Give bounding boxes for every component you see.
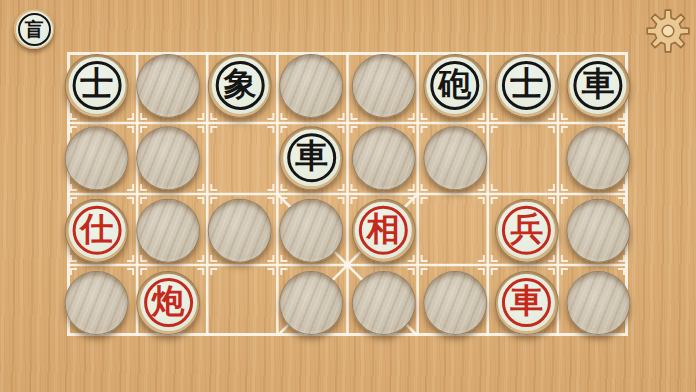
cell-r2c1[interactable] (67, 123, 137, 194)
cell-r2c7[interactable] (488, 123, 558, 194)
piece-face-down[interactable] (136, 53, 200, 117)
piece-face-down[interactable] (351, 126, 415, 190)
cell-r3c3[interactable] (207, 194, 277, 265)
piece-black-advisor[interactable]: 士 (495, 53, 559, 117)
piece-face-down[interactable] (351, 271, 415, 335)
cell-r3c1[interactable]: 仕 (67, 194, 137, 265)
piece-character: 兵 (496, 199, 558, 261)
cell-r3c6[interactable] (418, 194, 488, 265)
blind-button-label: 盲 (14, 9, 54, 49)
board-cells: 士象砲士車車仕相兵炮車 (67, 52, 628, 336)
cell-r4c4[interactable] (277, 265, 347, 336)
piece-black-elephant[interactable]: 象 (208, 53, 272, 117)
gear-icon-graphic (644, 6, 692, 54)
piece-red-advisor[interactable]: 仕 (65, 198, 129, 262)
cell-r4c2[interactable]: 炮 (137, 265, 207, 336)
cell-r4c1[interactable] (67, 265, 137, 336)
cell-r3c4[interactable] (277, 194, 347, 265)
piece-face-down[interactable] (423, 271, 487, 335)
cell-r3c7[interactable]: 兵 (488, 194, 558, 265)
piece-black-chariot[interactable]: 車 (566, 53, 630, 117)
cell-r4c5[interactable] (348, 265, 418, 336)
cell-r1c2[interactable] (137, 52, 207, 123)
cell-r1c4[interactable] (277, 52, 347, 123)
piece-character: 車 (281, 127, 343, 189)
piece-face-down[interactable] (280, 198, 344, 262)
piece-face-down[interactable] (566, 198, 630, 262)
piece-character: 士 (496, 54, 558, 116)
piece-face-down[interactable] (423, 126, 487, 190)
piece-red-soldier[interactable]: 兵 (495, 198, 559, 262)
piece-face-down[interactable] (566, 126, 630, 190)
piece-face-down[interactable] (280, 271, 344, 335)
cell-r3c2[interactable] (137, 194, 207, 265)
banqi-game-screen: 盲 士象砲士車車仕相兵炮車 (0, 0, 696, 392)
piece-red-chariot[interactable]: 車 (495, 271, 559, 335)
blind-mode-button[interactable]: 盲 (14, 9, 54, 49)
piece-character: 炮 (137, 272, 199, 334)
piece-character: 砲 (424, 54, 486, 116)
cell-r2c3[interactable] (207, 123, 277, 194)
cell-r1c5[interactable] (348, 52, 418, 123)
piece-face-down[interactable] (136, 126, 200, 190)
cell-r2c8[interactable] (558, 123, 628, 194)
cell-r2c2[interactable] (137, 123, 207, 194)
piece-face-down[interactable] (280, 53, 344, 117)
cell-r3c5[interactable]: 相 (348, 194, 418, 265)
cell-r4c3[interactable] (207, 265, 277, 336)
cell-r2c6[interactable] (418, 123, 488, 194)
piece-face-down[interactable] (351, 53, 415, 117)
piece-red-cannon[interactable]: 炮 (136, 271, 200, 335)
cell-r3c8[interactable] (558, 194, 628, 265)
cell-r4c6[interactable] (418, 265, 488, 336)
settings-gear-icon[interactable] (644, 6, 692, 54)
cell-r4c7[interactable]: 車 (488, 265, 558, 336)
piece-black-chariot[interactable]: 車 (280, 126, 344, 190)
piece-face-down[interactable] (65, 126, 129, 190)
piece-face-down[interactable] (136, 198, 200, 262)
piece-black-advisor[interactable]: 士 (65, 53, 129, 117)
game-board: 士象砲士車車仕相兵炮車 (67, 52, 628, 336)
piece-face-down[interactable] (566, 271, 630, 335)
piece-character: 仕 (66, 199, 128, 261)
cell-r1c6[interactable]: 砲 (418, 52, 488, 123)
piece-character: 車 (496, 272, 558, 334)
cell-r2c5[interactable] (348, 123, 418, 194)
piece-character: 車 (567, 54, 629, 116)
piece-character: 象 (209, 54, 271, 116)
piece-character: 相 (352, 199, 414, 261)
piece-face-down[interactable] (65, 271, 129, 335)
cell-r1c8[interactable]: 車 (558, 52, 628, 123)
piece-face-down[interactable] (208, 198, 272, 262)
cell-r4c8[interactable] (558, 265, 628, 336)
cell-r1c3[interactable]: 象 (207, 52, 277, 123)
cell-r1c7[interactable]: 士 (488, 52, 558, 123)
cell-r1c1[interactable]: 士 (67, 52, 137, 123)
piece-black-cannon[interactable]: 砲 (423, 53, 487, 117)
piece-character: 士 (66, 54, 128, 116)
cell-r2c4[interactable]: 車 (277, 123, 347, 194)
piece-red-elephant[interactable]: 相 (351, 198, 415, 262)
